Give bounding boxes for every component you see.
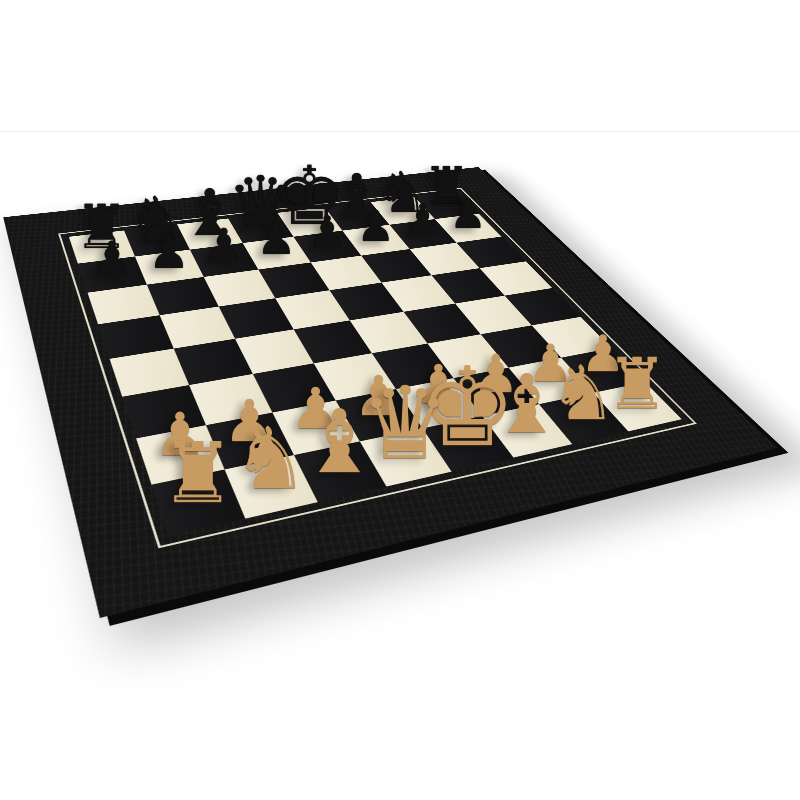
chess-set-photo: ♜♞♝♛♚♝♞♜♟♟♟♟♟♟♟♟♟♟♟♟♟♟♟♟♜♞♝♛♚♝♞♜ <box>0 0 800 800</box>
chess-board <box>69 192 682 536</box>
backdrop-seam-line <box>0 131 800 132</box>
